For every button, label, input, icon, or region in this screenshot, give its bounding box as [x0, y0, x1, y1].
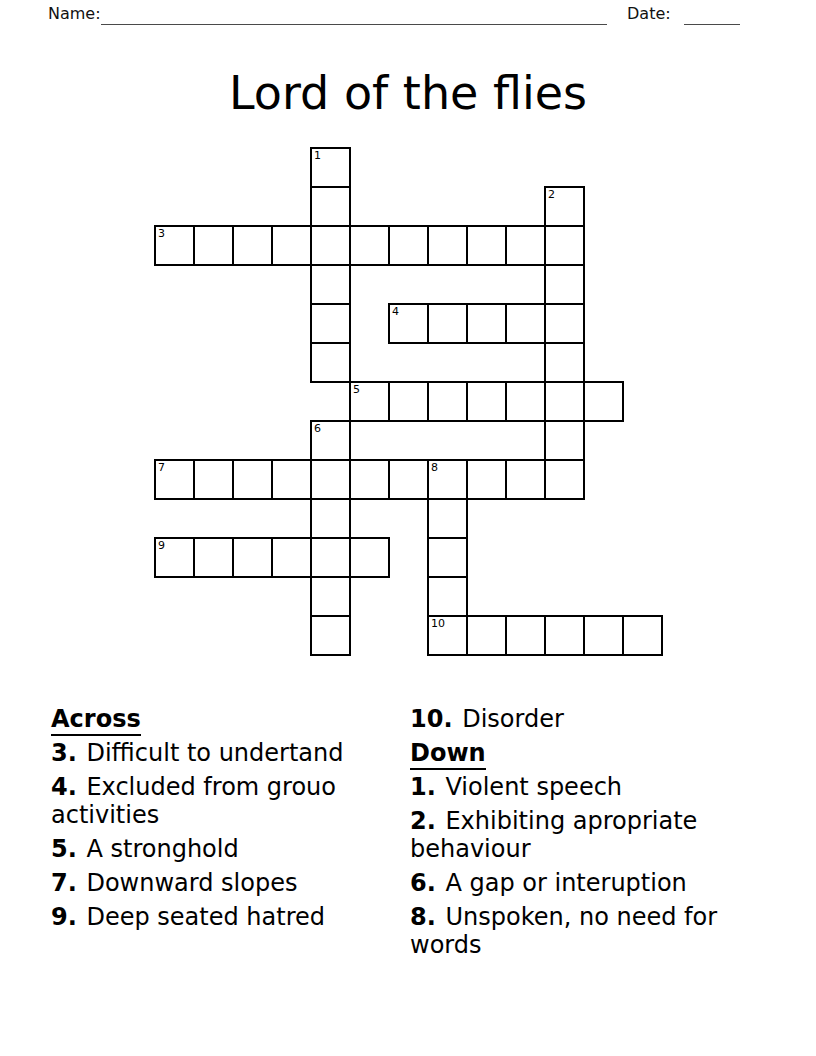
grid-cell[interactable] — [544, 264, 585, 305]
clue-text: A gap or interuption — [438, 869, 687, 897]
grid-cell[interactable] — [271, 225, 312, 266]
grid-cell[interactable] — [193, 459, 234, 500]
clue-number-label: 7 — [158, 461, 165, 474]
grid-cell[interactable] — [232, 225, 273, 266]
grid-cell[interactable] — [388, 459, 429, 500]
grid-cell[interactable] — [271, 537, 312, 578]
clue-number-label: 9 — [158, 539, 165, 552]
grid-cell[interactable] — [349, 459, 390, 500]
grid-cell[interactable] — [583, 381, 624, 422]
grid-cell[interactable] — [310, 537, 351, 578]
crossword-grid: 12345678910 — [0, 0, 816, 700]
grid-cell[interactable] — [505, 225, 546, 266]
clue-number-label: 8 — [431, 461, 438, 474]
grid-cell[interactable] — [349, 537, 390, 578]
grid-cell[interactable] — [310, 498, 351, 539]
clue-number-label: 2 — [548, 188, 555, 201]
clue-text: Violent speech — [438, 773, 622, 801]
clue-text: Downward slopes — [79, 869, 298, 897]
grid-cell[interactable] — [427, 381, 468, 422]
grid-cell[interactable]: 2 — [544, 186, 585, 227]
grid-cell[interactable]: 9 — [154, 537, 195, 578]
grid-cell[interactable] — [544, 342, 585, 383]
clue-item-down-2: 2. Exhibiting apropriate behaviour — [410, 807, 776, 863]
clue-number: 5. — [51, 835, 77, 863]
clue-text: Deep seated hatred — [79, 903, 325, 931]
clue-text: A stronghold — [79, 835, 239, 863]
worksheet-page: Name: Date: Lord of the flies 1234567891… — [0, 0, 816, 1056]
clue-number: 6. — [410, 869, 436, 897]
clue-item-across-9: 9. Deep seated hatred — [51, 903, 407, 931]
grid-cell[interactable] — [544, 303, 585, 344]
grid-cell[interactable] — [505, 615, 546, 656]
grid-cell[interactable] — [310, 576, 351, 617]
grid-cell[interactable] — [388, 225, 429, 266]
clue-item-across-10: 10. Disorder — [410, 705, 776, 733]
grid-cell[interactable] — [544, 381, 585, 422]
clue-text: Excluded from grouo activities — [51, 773, 336, 829]
grid-cell[interactable] — [193, 537, 234, 578]
clue-number: 3. — [51, 739, 77, 767]
grid-cell[interactable] — [505, 381, 546, 422]
grid-cell[interactable] — [466, 303, 507, 344]
grid-cell[interactable]: 3 — [154, 225, 195, 266]
grid-cell[interactable] — [466, 381, 507, 422]
clue-number-label: 1 — [314, 149, 321, 162]
grid-cell[interactable]: 7 — [154, 459, 195, 500]
clue-item-across-7: 7. Downward slopes — [51, 869, 407, 897]
clue-number-label: 5 — [353, 383, 360, 396]
grid-cell[interactable]: 1 — [310, 147, 351, 188]
grid-cell[interactable] — [232, 459, 273, 500]
clue-number: 7. — [51, 869, 77, 897]
grid-cell[interactable] — [271, 459, 312, 500]
grid-cell[interactable] — [388, 381, 429, 422]
grid-cell[interactable] — [427, 576, 468, 617]
grid-cell[interactable] — [466, 225, 507, 266]
grid-cell[interactable]: 8 — [427, 459, 468, 500]
grid-cell[interactable] — [427, 303, 468, 344]
clue-number: 2. — [410, 807, 436, 835]
across-heading: Across — [51, 705, 407, 733]
grid-cell[interactable] — [544, 615, 585, 656]
clue-number-label: 3 — [158, 227, 165, 240]
clue-number: 8. — [410, 903, 436, 931]
grid-cell[interactable] — [505, 459, 546, 500]
clue-number: 1. — [410, 773, 436, 801]
grid-cell[interactable] — [427, 498, 468, 539]
grid-cell[interactable] — [310, 264, 351, 305]
clue-item-down-1: 1. Violent speech — [410, 773, 776, 801]
grid-cell[interactable]: 5 — [349, 381, 390, 422]
grid-cell[interactable] — [232, 537, 273, 578]
clue-text: Exhibiting apropriate behaviour — [410, 807, 697, 863]
clue-number-label: 4 — [392, 305, 399, 318]
grid-cell[interactable] — [310, 342, 351, 383]
clues-column-left: Across3. Difficult to undertand4. Exclud… — [51, 705, 407, 937]
clue-text: Unspoken, no need for words — [410, 903, 717, 959]
clue-text: Difficult to undertand — [79, 739, 344, 767]
grid-cell[interactable]: 6 — [310, 420, 351, 461]
clue-number-label: 6 — [314, 422, 321, 435]
grid-cell[interactable] — [544, 459, 585, 500]
grid-cell[interactable] — [310, 615, 351, 656]
grid-cell[interactable] — [505, 303, 546, 344]
grid-cell[interactable] — [310, 225, 351, 266]
grid-cell[interactable] — [544, 420, 585, 461]
down-heading: Down — [410, 739, 776, 767]
clue-number-label: 10 — [431, 617, 445, 630]
clue-item-across-5: 5. A stronghold — [51, 835, 407, 863]
grid-cell[interactable] — [310, 186, 351, 227]
clue-number: 10. — [410, 705, 453, 733]
grid-cell[interactable] — [583, 615, 624, 656]
grid-cell[interactable] — [466, 459, 507, 500]
grid-cell[interactable] — [349, 225, 390, 266]
clue-number: 4. — [51, 773, 77, 801]
clue-item-down-6: 6. A gap or interuption — [410, 869, 776, 897]
clue-item-across-3: 3. Difficult to undertand — [51, 739, 407, 767]
clue-text: Disorder — [455, 705, 564, 733]
across-heading-text: Across — [51, 705, 141, 736]
grid-cell[interactable] — [466, 615, 507, 656]
grid-cell[interactable] — [193, 225, 234, 266]
grid-cell[interactable] — [310, 303, 351, 344]
clue-item-across-4: 4. Excluded from grouo activities — [51, 773, 407, 829]
clues-column-right: 10. DisorderDown1. Violent speech2. Exhi… — [410, 705, 776, 965]
grid-cell[interactable] — [427, 537, 468, 578]
clue-item-down-8: 8. Unspoken, no need for words — [410, 903, 776, 959]
grid-cell[interactable]: 10 — [427, 615, 468, 656]
grid-cell[interactable] — [310, 459, 351, 500]
down-heading-text: Down — [410, 739, 486, 770]
clue-number: 9. — [51, 903, 77, 931]
grid-cell[interactable] — [622, 615, 663, 656]
grid-cell[interactable] — [427, 225, 468, 266]
grid-cell[interactable] — [544, 225, 585, 266]
grid-cell[interactable]: 4 — [388, 303, 429, 344]
